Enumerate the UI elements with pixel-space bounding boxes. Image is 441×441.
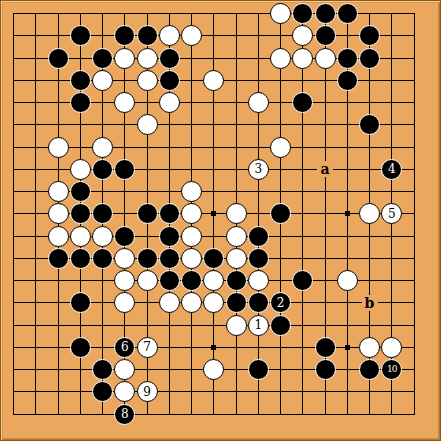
black-stone (248, 292, 269, 313)
white-stone (48, 226, 69, 247)
white-stone (137, 70, 158, 91)
white-stone: 1 (248, 315, 269, 336)
white-stone (92, 226, 113, 247)
grid-line-horizontal (13, 325, 415, 326)
grid-line-vertical (302, 13, 303, 415)
white-stone (203, 70, 224, 91)
white-stone (92, 137, 113, 158)
white-stone (137, 114, 158, 135)
black-stone (159, 226, 180, 247)
move-number-label: 3 (254, 163, 262, 175)
black-stone (315, 3, 336, 24)
black-stone (70, 181, 91, 202)
point-letter-label: b (362, 295, 378, 311)
white-stone (226, 248, 247, 269)
black-stone (70, 337, 91, 358)
move-number-label: 6 (121, 341, 129, 353)
black-stone (137, 25, 158, 46)
white-stone (270, 3, 291, 24)
white-stone (270, 48, 291, 69)
white-stone (48, 137, 69, 158)
black-stone (159, 248, 180, 269)
black-stone (248, 359, 269, 380)
grid-line-horizontal (13, 414, 415, 415)
black-stone (226, 292, 247, 313)
white-stone (181, 181, 202, 202)
black-stone (48, 248, 69, 269)
black-stone (337, 3, 358, 24)
move-number-label: 8 (121, 408, 129, 420)
black-stone (70, 92, 91, 113)
star-point (345, 211, 350, 216)
white-stone (70, 159, 91, 180)
black-stone (181, 270, 202, 291)
black-stone (70, 70, 91, 91)
white-stone (226, 203, 247, 224)
star-point (211, 345, 216, 350)
white-stone (315, 48, 336, 69)
move-number-label: 1 (254, 319, 262, 331)
black-stone (315, 25, 336, 46)
star-point (211, 211, 216, 216)
move-number-label: 5 (388, 208, 396, 220)
black-stone (70, 248, 91, 269)
black-stone (359, 48, 380, 69)
black-stone (248, 226, 269, 247)
star-point (345, 345, 350, 350)
black-stone (159, 203, 180, 224)
white-stone (381, 337, 402, 358)
black-stone (270, 315, 291, 336)
white-stone: 3 (248, 159, 269, 180)
white-stone (226, 315, 247, 336)
black-stone: 4 (381, 159, 402, 180)
move-number-label: 4 (388, 163, 396, 175)
black-stone (337, 48, 358, 69)
black-stone (48, 48, 69, 69)
move-number-label: 7 (143, 341, 151, 353)
white-stone (359, 337, 380, 358)
black-stone (114, 159, 135, 180)
black-stone (315, 337, 336, 358)
black-stone (92, 248, 113, 269)
black-stone (137, 203, 158, 224)
go-diagram: 34521671098ab (0, 0, 441, 441)
white-stone (181, 248, 202, 269)
black-stone (70, 25, 91, 46)
black-stone (226, 270, 247, 291)
white-stone (159, 292, 180, 313)
black-stone (92, 359, 113, 380)
white-stone (159, 25, 180, 46)
move-number-label: 9 (143, 386, 151, 398)
black-stone: 8 (114, 404, 135, 425)
white-stone (181, 226, 202, 247)
black-stone (92, 159, 113, 180)
black-stone (315, 359, 336, 380)
white-stone: 7 (137, 337, 158, 358)
white-stone (292, 48, 313, 69)
black-stone (137, 248, 158, 269)
black-stone (159, 270, 180, 291)
grid-line-horizontal (13, 391, 415, 392)
black-stone (159, 70, 180, 91)
white-stone (48, 203, 69, 224)
black-stone (248, 248, 269, 269)
black-stone (359, 359, 380, 380)
white-stone (226, 226, 247, 247)
white-stone (70, 226, 91, 247)
grid-line-vertical (258, 13, 259, 415)
black-stone (114, 226, 135, 247)
white-stone (337, 270, 358, 291)
move-number-label: 2 (277, 297, 285, 309)
grid-line-vertical (414, 13, 415, 415)
black-stone: 6 (114, 337, 135, 358)
point-letter-label: a (317, 161, 333, 177)
black-stone (92, 48, 113, 69)
black-stone (337, 70, 358, 91)
black-stone (203, 248, 224, 269)
black-stone (70, 203, 91, 224)
white-stone (137, 48, 158, 69)
white-stone (114, 248, 135, 269)
white-stone (48, 181, 69, 202)
white-stone (92, 70, 113, 91)
white-stone (159, 92, 180, 113)
white-stone (137, 270, 158, 291)
black-stone (70, 292, 91, 313)
white-stone (114, 48, 135, 69)
white-stone (270, 137, 291, 158)
white-stone: 9 (137, 381, 158, 402)
white-stone (248, 92, 269, 113)
white-stone (248, 270, 269, 291)
move-number-label: 10 (387, 365, 396, 374)
black-stone (159, 48, 180, 69)
